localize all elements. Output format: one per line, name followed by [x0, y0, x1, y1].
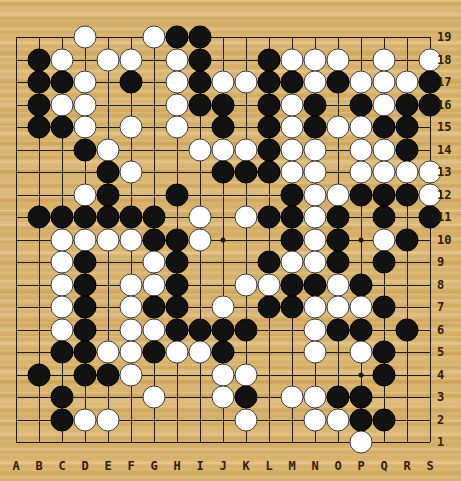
black-stone-J6[interactable]: ● [212, 318, 235, 341]
black-stone-G7[interactable]: ● [143, 296, 166, 319]
black-stone-D5[interactable]: ● [74, 341, 97, 364]
white-stone-N3[interactable]: ● [304, 386, 327, 409]
white-stone-M16[interactable]: ● [281, 93, 304, 116]
white-stone-M15[interactable]: ● [281, 116, 304, 139]
column-label-G: G [150, 459, 157, 473]
white-stone-D17[interactable]: ● [74, 71, 97, 94]
column-label-M: M [288, 459, 295, 473]
white-stone-D16[interactable]: ● [74, 93, 97, 116]
column-label-S: S [426, 459, 433, 473]
black-stone-L15[interactable]: ● [258, 116, 281, 139]
black-stone-D7[interactable]: ● [74, 296, 97, 319]
white-stone-E10[interactable]: ● [97, 228, 120, 251]
hoshi-star-point [359, 372, 364, 377]
white-stone-H18[interactable]: ● [166, 48, 189, 71]
white-stone-K14[interactable]: ● [235, 138, 258, 161]
white-stone-N10[interactable]: ● [304, 228, 327, 251]
white-stone-N6[interactable]: ● [304, 318, 327, 341]
white-stone-K17[interactable]: ● [235, 71, 258, 94]
row-label-15: 15 [437, 120, 451, 134]
column-label-L: L [265, 459, 272, 473]
black-stone-J16[interactable]: ● [212, 93, 235, 116]
black-stone-I16[interactable]: ● [189, 93, 212, 116]
white-stone-D19[interactable]: ● [74, 26, 97, 49]
black-stone-R10[interactable]: ● [396, 228, 419, 251]
white-stone-E18[interactable]: ● [97, 48, 120, 71]
column-label-J: J [219, 459, 226, 473]
black-stone-L18[interactable]: ● [258, 48, 281, 71]
white-stone-P7[interactable]: ● [350, 296, 373, 319]
black-stone-B17[interactable]: ● [28, 71, 51, 94]
white-stone-G6[interactable]: ● [143, 318, 166, 341]
black-stone-E11[interactable]: ● [97, 206, 120, 229]
black-stone-P3[interactable]: ● [350, 386, 373, 409]
white-stone-K2[interactable]: ● [235, 408, 258, 431]
black-stone-M7[interactable]: ● [281, 296, 304, 319]
white-stone-C7[interactable]: ● [51, 296, 74, 319]
row-label-14: 14 [437, 143, 451, 157]
white-stone-F4[interactable]: ● [120, 363, 143, 386]
row-label-19: 19 [437, 30, 451, 44]
white-stone-H16[interactable]: ● [166, 93, 189, 116]
white-stone-C6[interactable]: ● [51, 318, 74, 341]
black-stone-Q7[interactable]: ● [373, 296, 396, 319]
black-stone-L7[interactable]: ● [258, 296, 281, 319]
black-stone-E12[interactable]: ● [97, 183, 120, 206]
white-stone-I10[interactable]: ● [189, 228, 212, 251]
white-stone-M9[interactable]: ● [281, 251, 304, 274]
black-stone-P16[interactable]: ● [350, 93, 373, 116]
black-stone-C3[interactable]: ● [51, 386, 74, 409]
white-stone-O12[interactable]: ● [327, 183, 350, 206]
go-board[interactable]: ●●●●●●●●●●●●●●●●●●●●●●●●●●●●●●●●●●●●●●●●… [0, 0, 461, 481]
white-stone-G9[interactable]: ● [143, 251, 166, 274]
black-stone-O11[interactable]: ● [327, 206, 350, 229]
column-label-A: A [12, 459, 19, 473]
black-stone-O10[interactable]: ● [327, 228, 350, 251]
black-stone-Q9[interactable]: ● [373, 251, 396, 274]
black-stone-O3[interactable]: ● [327, 386, 350, 409]
white-stone-N12[interactable]: ● [304, 183, 327, 206]
black-stone-H6[interactable]: ● [166, 318, 189, 341]
black-stone-P8[interactable]: ● [350, 273, 373, 296]
white-stone-J7[interactable]: ● [212, 296, 235, 319]
white-stone-N13[interactable]: ● [304, 161, 327, 184]
white-stone-C16[interactable]: ● [51, 93, 74, 116]
black-stone-H8[interactable]: ● [166, 273, 189, 296]
white-stone-F13[interactable]: ● [120, 161, 143, 184]
row-label-17: 17 [437, 75, 451, 89]
white-stone-P5[interactable]: ● [350, 341, 373, 364]
black-stone-Q4[interactable]: ● [373, 363, 396, 386]
white-stone-I11[interactable]: ● [189, 206, 212, 229]
black-stone-P12[interactable]: ● [350, 183, 373, 206]
black-stone-M11[interactable]: ● [281, 206, 304, 229]
white-stone-Q13[interactable]: ● [373, 161, 396, 184]
column-label-H: H [173, 459, 180, 473]
black-stone-C5[interactable]: ● [51, 341, 74, 364]
black-stone-F11[interactable]: ● [120, 206, 143, 229]
column-label-P: P [357, 459, 364, 473]
black-stone-Q15[interactable]: ● [373, 116, 396, 139]
white-stone-P15[interactable]: ● [350, 116, 373, 139]
row-label-16: 16 [437, 98, 451, 112]
white-stone-J14[interactable]: ● [212, 138, 235, 161]
white-stone-C18[interactable]: ● [51, 48, 74, 71]
white-stone-O8[interactable]: ● [327, 273, 350, 296]
black-stone-Q12[interactable]: ● [373, 183, 396, 206]
black-stone-Q5[interactable]: ● [373, 341, 396, 364]
white-stone-J3[interactable]: ● [212, 386, 235, 409]
white-stone-C8[interactable]: ● [51, 273, 74, 296]
black-stone-R14[interactable]: ● [396, 138, 419, 161]
black-stone-R15[interactable]: ● [396, 116, 419, 139]
black-stone-C11[interactable]: ● [51, 206, 74, 229]
white-stone-P1[interactable]: ● [350, 431, 373, 454]
column-label-R: R [403, 459, 410, 473]
row-label-3: 3 [437, 390, 444, 404]
black-stone-M17[interactable]: ● [281, 71, 304, 94]
white-stone-C9[interactable]: ● [51, 251, 74, 274]
black-stone-M12[interactable]: ● [281, 183, 304, 206]
white-stone-J4[interactable]: ● [212, 363, 235, 386]
black-stone-B11[interactable]: ● [28, 206, 51, 229]
white-stone-I14[interactable]: ● [189, 138, 212, 161]
white-stone-N9[interactable]: ● [304, 251, 327, 274]
white-stone-D15[interactable]: ● [74, 116, 97, 139]
column-label-N: N [311, 459, 318, 473]
row-label-18: 18 [437, 53, 451, 67]
black-stone-N15[interactable]: ● [304, 116, 327, 139]
black-stone-I6[interactable]: ● [189, 318, 212, 341]
black-stone-L17[interactable]: ● [258, 71, 281, 94]
black-stone-D8[interactable]: ● [74, 273, 97, 296]
white-stone-F15[interactable]: ● [120, 116, 143, 139]
black-stone-C2[interactable]: ● [51, 408, 74, 431]
black-stone-M8[interactable]: ● [281, 273, 304, 296]
black-stone-L13[interactable]: ● [258, 161, 281, 184]
black-stone-O17[interactable]: ● [327, 71, 350, 94]
white-stone-M18[interactable]: ● [281, 48, 304, 71]
column-label-D: D [81, 459, 88, 473]
white-stone-N17[interactable]: ● [304, 71, 327, 94]
black-stone-I17[interactable]: ● [189, 71, 212, 94]
white-stone-D10[interactable]: ● [74, 228, 97, 251]
row-label-13: 13 [437, 165, 451, 179]
row-label-7: 7 [437, 300, 444, 314]
white-stone-C10[interactable]: ● [51, 228, 74, 251]
black-stone-K13[interactable]: ● [235, 161, 258, 184]
black-stone-R16[interactable]: ● [396, 93, 419, 116]
white-stone-Q18[interactable]: ● [373, 48, 396, 71]
white-stone-I5[interactable]: ● [189, 341, 212, 364]
black-stone-D14[interactable]: ● [74, 138, 97, 161]
black-stone-H7[interactable]: ● [166, 296, 189, 319]
black-stone-L9[interactable]: ● [258, 251, 281, 274]
row-label-2: 2 [437, 413, 444, 427]
black-stone-C17[interactable]: ● [51, 71, 74, 94]
row-label-5: 5 [437, 345, 444, 359]
white-stone-N14[interactable]: ● [304, 138, 327, 161]
white-stone-Q14[interactable]: ● [373, 138, 396, 161]
column-label-B: B [35, 459, 42, 473]
black-stone-P6[interactable]: ● [350, 318, 373, 341]
white-stone-K4[interactable]: ● [235, 363, 258, 386]
white-stone-H15[interactable]: ● [166, 116, 189, 139]
white-stone-O18[interactable]: ● [327, 48, 350, 71]
white-stone-F6[interactable]: ● [120, 318, 143, 341]
white-stone-N18[interactable]: ● [304, 48, 327, 71]
black-stone-L14[interactable]: ● [258, 138, 281, 161]
black-stone-O9[interactable]: ● [327, 251, 350, 274]
white-stone-H5[interactable]: ● [166, 341, 189, 364]
black-stone-C15[interactable]: ● [51, 116, 74, 139]
black-stone-B16[interactable]: ● [28, 93, 51, 116]
white-stone-N5[interactable]: ● [304, 341, 327, 364]
white-stone-Q17[interactable]: ● [373, 71, 396, 94]
black-stone-R12[interactable]: ● [396, 183, 419, 206]
white-stone-P13[interactable]: ● [350, 161, 373, 184]
column-label-I: I [196, 459, 203, 473]
column-label-K: K [242, 459, 249, 473]
black-stone-H10[interactable]: ● [166, 228, 189, 251]
white-stone-F10[interactable]: ● [120, 228, 143, 251]
white-stone-H17[interactable]: ● [166, 71, 189, 94]
black-stone-D6[interactable]: ● [74, 318, 97, 341]
row-label-10: 10 [437, 233, 451, 247]
white-stone-N7[interactable]: ● [304, 296, 327, 319]
white-stone-M14[interactable]: ● [281, 138, 304, 161]
black-stone-N16[interactable]: ● [304, 93, 327, 116]
black-stone-Q11[interactable]: ● [373, 206, 396, 229]
row-label-4: 4 [437, 368, 444, 382]
black-stone-F17[interactable]: ● [120, 71, 143, 94]
black-stone-N8[interactable]: ● [304, 273, 327, 296]
black-stone-I19[interactable]: ● [189, 26, 212, 49]
column-label-C: C [58, 459, 65, 473]
black-stone-L11[interactable]: ● [258, 206, 281, 229]
column-label-O: O [334, 459, 341, 473]
white-stone-E5[interactable]: ● [97, 341, 120, 364]
white-stone-P14[interactable]: ● [350, 138, 373, 161]
row-label-9: 9 [437, 255, 444, 269]
white-stone-O15[interactable]: ● [327, 116, 350, 139]
hoshi-star-point [221, 237, 226, 242]
column-label-F: F [127, 459, 134, 473]
row-label-1: 1 [437, 435, 444, 449]
white-stone-F8[interactable]: ● [120, 273, 143, 296]
white-stone-N11[interactable]: ● [304, 206, 327, 229]
black-stone-G11[interactable]: ● [143, 206, 166, 229]
black-stone-J15[interactable]: ● [212, 116, 235, 139]
white-stone-O2[interactable]: ● [327, 408, 350, 431]
white-stone-G3[interactable]: ● [143, 386, 166, 409]
black-stone-O6[interactable]: ● [327, 318, 350, 341]
black-stone-G5[interactable]: ● [143, 341, 166, 364]
column-label-Q: Q [380, 459, 387, 473]
white-stone-G19[interactable]: ● [143, 26, 166, 49]
white-stone-P17[interactable]: ● [350, 71, 373, 94]
white-stone-R17[interactable]: ● [396, 71, 419, 94]
white-stone-Q16[interactable]: ● [373, 93, 396, 116]
white-stone-D12[interactable]: ● [74, 183, 97, 206]
black-stone-K6[interactable]: ● [235, 318, 258, 341]
row-label-12: 12 [437, 188, 451, 202]
black-stone-E13[interactable]: ● [97, 161, 120, 184]
white-stone-F7[interactable]: ● [120, 296, 143, 319]
black-stone-D4[interactable]: ● [74, 363, 97, 386]
hoshi-star-point [359, 237, 364, 242]
black-stone-E4[interactable]: ● [97, 363, 120, 386]
black-stone-B18[interactable]: ● [28, 48, 51, 71]
black-stone-I18[interactable]: ● [189, 48, 212, 71]
column-label-E: E [104, 459, 111, 473]
black-stone-H12[interactable]: ● [166, 183, 189, 206]
black-stone-D11[interactable]: ● [74, 206, 97, 229]
row-label-6: 6 [437, 323, 444, 337]
white-stone-K8[interactable]: ● [235, 273, 258, 296]
white-stone-O7[interactable]: ● [327, 296, 350, 319]
white-stone-F18[interactable]: ● [120, 48, 143, 71]
black-stone-H9[interactable]: ● [166, 251, 189, 274]
black-stone-G10[interactable]: ● [143, 228, 166, 251]
black-stone-B4[interactable]: ● [28, 363, 51, 386]
black-stone-K3[interactable]: ● [235, 386, 258, 409]
black-stone-J5[interactable]: ● [212, 341, 235, 364]
white-stone-M13[interactable]: ● [281, 161, 304, 184]
black-stone-J13[interactable]: ● [212, 161, 235, 184]
white-stone-Q10[interactable]: ● [373, 228, 396, 251]
black-stone-R6[interactable]: ● [396, 318, 419, 341]
white-stone-E2[interactable]: ● [97, 408, 120, 431]
row-label-8: 8 [437, 278, 444, 292]
black-stone-M10[interactable]: ● [281, 228, 304, 251]
white-stone-D2[interactable]: ● [74, 408, 97, 431]
white-stone-J17[interactable]: ● [212, 71, 235, 94]
white-stone-E14[interactable]: ● [97, 138, 120, 161]
white-stone-N2[interactable]: ● [304, 408, 327, 431]
black-stone-D9[interactable]: ● [74, 251, 97, 274]
black-stone-B15[interactable]: ● [28, 116, 51, 139]
white-stone-K11[interactable]: ● [235, 206, 258, 229]
row-label-11: 11 [437, 210, 451, 224]
black-stone-H19[interactable]: ● [166, 26, 189, 49]
black-stone-Q2[interactable]: ● [373, 408, 396, 431]
white-stone-F5[interactable]: ● [120, 341, 143, 364]
white-stone-L8[interactable]: ● [258, 273, 281, 296]
white-stone-R13[interactable]: ● [396, 161, 419, 184]
white-stone-G8[interactable]: ● [143, 273, 166, 296]
black-stone-L16[interactable]: ● [258, 93, 281, 116]
black-stone-P2[interactable]: ● [350, 408, 373, 431]
white-stone-M3[interactable]: ● [281, 386, 304, 409]
